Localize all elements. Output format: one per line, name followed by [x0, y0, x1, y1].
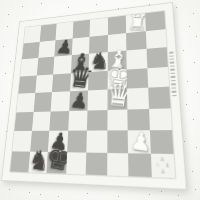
square-r4c4: [87, 90, 107, 111]
photo-scene: ♜♟♝♞♝♛♚♟♛♟♟♞♚♙♘♗♙: [0, 0, 200, 200]
background-speckles: [0, 0, 1, 1]
square-r5c1: [32, 111, 51, 131]
square-r1c4: [89, 35, 107, 54]
square-r4c1: [33, 92, 52, 111]
square-r2c3: ♝: [71, 54, 90, 73]
square-r0c5: [107, 16, 126, 35]
square-r1c0: [22, 41, 39, 59]
square-r4c7: [148, 87, 171, 109]
square-r1c3: [71, 36, 89, 55]
square-r2c7: [146, 47, 168, 68]
square-r5c0: [14, 111, 33, 130]
square-r3c4: [88, 70, 107, 90]
square-r3c7: [147, 66, 169, 87]
square-r0c4: [90, 18, 108, 37]
square-r4c5: ♛: [107, 89, 127, 110]
square-r6c1: [30, 131, 50, 152]
square-r2c2: [53, 55, 71, 74]
square-r1c2: ♟: [54, 38, 72, 56]
edge-branding-text: [169, 52, 176, 98]
square-r1c1: [38, 40, 56, 58]
square-r3c1: [35, 74, 53, 93]
square-r6c3: [67, 131, 87, 152]
square-r5c2: [49, 111, 68, 131]
square-r4c0: [16, 93, 34, 112]
board-speckles: [20, 22, 21, 23]
board-grid: ♜♟♝♞♝♛♚♟♛♟♟♞♚♙♘♗♙: [10, 11, 175, 178]
square-r3c2: [52, 73, 71, 92]
square-r7c7: ♙♘♗♙: [150, 153, 175, 178]
square-r5c6: [127, 108, 149, 130]
square-r2c0: [20, 58, 38, 76]
square-r3c6: [127, 68, 148, 89]
square-r4c3: ♟: [69, 90, 88, 110]
square-r4c6: [127, 88, 148, 109]
square-r6c0: [12, 131, 31, 151]
square-r0c7: [145, 11, 166, 31]
square-r2c1: [36, 57, 54, 76]
square-r6c7: [149, 130, 173, 153]
square-r1c5: [107, 33, 126, 52]
chess-board: ♜♟♝♞♝♛♚♟♛♟♟♞♚♙♘♗♙: [2, 3, 186, 189]
square-r6c5: [107, 130, 128, 152]
square-r5c3: [68, 110, 88, 131]
square-r0c6: ♜: [126, 13, 146, 32]
square-r1c7: [145, 29, 166, 49]
square-r7c6: [128, 153, 151, 177]
square-r1c6: [126, 31, 146, 51]
square-r7c2: ♚: [46, 151, 66, 173]
square-r6c2: ♟: [48, 131, 68, 152]
square-r3c3: ♛: [70, 72, 89, 92]
square-r7c3: [66, 152, 87, 175]
square-r2c4: ♞: [89, 52, 108, 72]
square-r3c5: ♚: [107, 69, 127, 89]
square-r0c3: [72, 20, 90, 38]
chess-set-corner-logo: ♙♘♗♙: [154, 156, 172, 175]
square-r7c5: [107, 152, 129, 176]
square-r3c0: [18, 75, 36, 94]
square-r5c7: [148, 108, 171, 130]
square-r7c1: ♞: [28, 151, 48, 173]
square-r4c2: [51, 91, 70, 111]
square-r0c0: [24, 26, 41, 43]
square-r5c4: [87, 110, 107, 131]
square-r5c5: [107, 109, 128, 130]
square-r0c2: [56, 22, 73, 40]
square-r6c4: [86, 130, 107, 152]
square-r2c5: ♝: [107, 51, 126, 71]
square-r7c4: [86, 152, 107, 175]
square-r0c1: [39, 24, 56, 42]
square-r6c6: ♟: [128, 130, 151, 153]
square-r2c6: [126, 49, 146, 69]
square-r7c0: [10, 151, 30, 172]
